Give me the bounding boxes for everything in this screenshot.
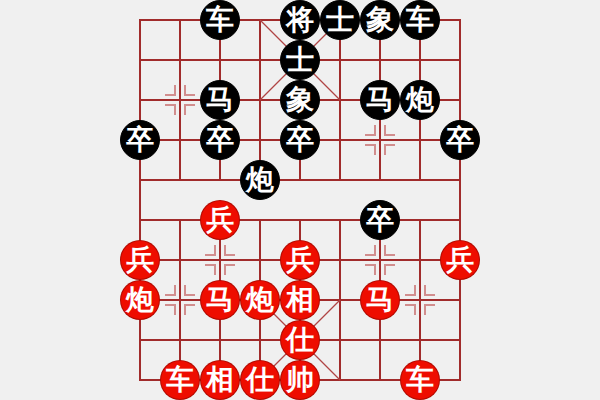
piece-red-horse[interactable]: 马 (360, 280, 400, 320)
piece-red-chariot[interactable]: 车 (160, 360, 200, 400)
point-marker (165, 104, 176, 115)
point-marker (184, 285, 195, 296)
point-marker (384, 125, 395, 136)
point-marker (424, 285, 435, 296)
point-marker (365, 264, 376, 275)
piece-black-king[interactable]: 将 (280, 0, 320, 40)
piece-black-cannon[interactable]: 炮 (240, 160, 280, 200)
point-marker (184, 304, 195, 315)
piece-red-soldier[interactable]: 兵 (200, 200, 240, 240)
piece-red-advisor[interactable]: 仕 (240, 360, 280, 400)
piece-red-cannon[interactable]: 炮 (240, 280, 280, 320)
point-marker (384, 264, 395, 275)
point-marker (224, 245, 235, 256)
piece-red-soldier[interactable]: 兵 (120, 240, 160, 280)
point-marker (384, 144, 395, 155)
piece-red-elephant[interactable]: 相 (200, 360, 240, 400)
point-marker (405, 285, 416, 296)
point-marker (184, 85, 195, 96)
point-marker (365, 144, 376, 155)
point-marker (205, 245, 216, 256)
point-marker (165, 304, 176, 315)
point-marker (205, 264, 216, 275)
piece-black-elephant[interactable]: 象 (280, 80, 320, 120)
point-marker (165, 85, 176, 96)
piece-black-horse[interactable]: 马 (360, 80, 400, 120)
point-marker (165, 285, 176, 296)
piece-black-advisor[interactable]: 士 (320, 0, 360, 40)
point-marker (224, 264, 235, 275)
piece-red-elephant[interactable]: 相 (280, 280, 320, 320)
point-marker (365, 125, 376, 136)
piece-black-soldier[interactable]: 卒 (120, 120, 160, 160)
point-marker (424, 304, 435, 315)
piece-black-soldier[interactable]: 卒 (280, 120, 320, 160)
point-marker (365, 245, 376, 256)
piece-red-horse[interactable]: 马 (200, 280, 240, 320)
piece-red-cannon[interactable]: 炮 (120, 280, 160, 320)
xiangqi-board: 车将士象车士马象马炮卒卒卒卒炮卒兵兵兵兵炮马炮相马仕车相仕帅车 (0, 0, 600, 400)
piece-black-soldier[interactable]: 卒 (440, 120, 480, 160)
piece-black-elephant[interactable]: 象 (360, 0, 400, 40)
piece-red-chariot[interactable]: 车 (400, 360, 440, 400)
piece-black-advisor[interactable]: 士 (280, 40, 320, 80)
piece-black-soldier[interactable]: 卒 (360, 200, 400, 240)
piece-black-cannon[interactable]: 炮 (400, 80, 440, 120)
piece-red-soldier[interactable]: 兵 (440, 240, 480, 280)
piece-black-soldier[interactable]: 卒 (200, 120, 240, 160)
point-marker (384, 245, 395, 256)
piece-black-chariot[interactable]: 车 (200, 0, 240, 40)
piece-black-horse[interactable]: 马 (200, 80, 240, 120)
piece-red-soldier[interactable]: 兵 (280, 240, 320, 280)
piece-red-king[interactable]: 帅 (280, 360, 320, 400)
point-marker (405, 304, 416, 315)
point-marker (184, 104, 195, 115)
piece-red-advisor[interactable]: 仕 (280, 320, 320, 360)
piece-black-chariot[interactable]: 车 (400, 0, 440, 40)
